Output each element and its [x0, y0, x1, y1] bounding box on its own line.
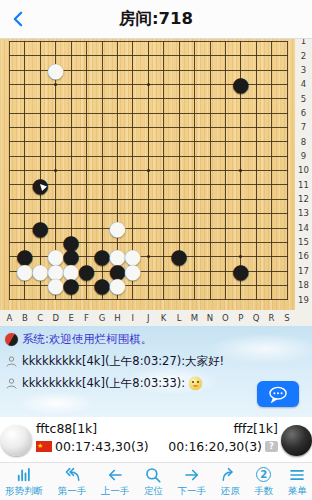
- board-cell-K15[interactable]: [156, 235, 171, 249]
- board-cell-C13[interactable]: [33, 206, 48, 220]
- board-cell-I8[interactable]: [125, 135, 140, 149]
- board-cell-E2[interactable]: [63, 48, 78, 62]
- board-cell-E17[interactable]: ●: [63, 264, 78, 278]
- board-cell-N2[interactable]: [202, 48, 217, 62]
- board-cell-N17[interactable]: [202, 264, 217, 278]
- board-cell-K18[interactable]: [156, 278, 171, 292]
- board-cell-K5[interactable]: [156, 92, 171, 106]
- board-cell-M8[interactable]: [187, 135, 202, 149]
- board-cell-D10[interactable]: [48, 163, 63, 177]
- board-cell-M17[interactable]: [187, 264, 202, 278]
- board-cell-P7[interactable]: [233, 120, 248, 134]
- board-cell-M4[interactable]: [187, 77, 202, 91]
- board-cell-G14[interactable]: [94, 221, 109, 235]
- board-cell-D4[interactable]: [48, 77, 63, 91]
- board-cell-A15[interactable]: [2, 235, 17, 249]
- board-cell-I5[interactable]: [125, 92, 140, 106]
- board-cell-N19[interactable]: [202, 292, 217, 306]
- board-cell-L11[interactable]: [171, 178, 186, 192]
- board-cell-G19[interactable]: [94, 292, 109, 306]
- board-cell-F13[interactable]: [79, 206, 94, 220]
- board-cell-I13[interactable]: [125, 206, 140, 220]
- board-cell-O18[interactable]: [218, 278, 233, 292]
- board-cell-H5[interactable]: [110, 92, 125, 106]
- board-cell-O5[interactable]: [218, 92, 233, 106]
- board-cell-D8[interactable]: [48, 135, 63, 149]
- board-cell-J14[interactable]: [140, 221, 155, 235]
- board-cell-D19[interactable]: [48, 292, 63, 306]
- board-cell-E4[interactable]: [63, 77, 78, 91]
- board-cell-I18[interactable]: [125, 278, 140, 292]
- board-cell-O11[interactable]: [218, 178, 233, 192]
- board-cell-M5[interactable]: [187, 92, 202, 106]
- board-cell-H7[interactable]: [110, 120, 125, 134]
- board-cell-R12[interactable]: [264, 192, 279, 206]
- board-cell-B12[interactable]: [17, 192, 32, 206]
- board-cell-O6[interactable]: [218, 106, 233, 120]
- board-cell-G6[interactable]: [94, 106, 109, 120]
- board-cell-O12[interactable]: [218, 192, 233, 206]
- board-cell-F12[interactable]: [79, 192, 94, 206]
- board-cell-L9[interactable]: [171, 149, 186, 163]
- board-cell-G15[interactable]: [94, 235, 109, 249]
- board-cell-A3[interactable]: [2, 63, 17, 77]
- board-cell-C5[interactable]: [33, 92, 48, 106]
- board-cell-Q12[interactable]: [248, 192, 263, 206]
- board-cell-L10[interactable]: [171, 163, 186, 177]
- board-cell-M16[interactable]: [187, 249, 202, 263]
- board-cell-D3[interactable]: ●: [48, 63, 63, 77]
- board-cell-H3[interactable]: [110, 63, 125, 77]
- board-cell-R14[interactable]: [264, 221, 279, 235]
- board-cell-F8[interactable]: [79, 135, 94, 149]
- board-cell-I6[interactable]: [125, 106, 140, 120]
- board-cell-P14[interactable]: [233, 221, 248, 235]
- board-cell-H14[interactable]: ●: [110, 221, 125, 235]
- board-cell-G16[interactable]: ●: [94, 249, 109, 263]
- board-cell-N6[interactable]: [202, 106, 217, 120]
- board-cell-I19[interactable]: [125, 292, 140, 306]
- board-cell-Q3[interactable]: [248, 63, 263, 77]
- board-cell-R3[interactable]: [264, 63, 279, 77]
- board-cell-M11[interactable]: [187, 178, 202, 192]
- board-cell-K2[interactable]: [156, 48, 171, 62]
- board-cell-S4[interactable]: [279, 77, 294, 91]
- board-cell-H8[interactable]: [110, 135, 125, 149]
- board-cell-E11[interactable]: [63, 178, 78, 192]
- board-cell-R8[interactable]: [264, 135, 279, 149]
- board-cell-L17[interactable]: [171, 264, 186, 278]
- nav-menu[interactable]: 菜单: [288, 466, 307, 498]
- board-cell-R13[interactable]: [264, 206, 279, 220]
- board-cell-A5[interactable]: [2, 92, 17, 106]
- board-cell-N13[interactable]: [202, 206, 217, 220]
- board-cell-G4[interactable]: [94, 77, 109, 91]
- board-cell-I11[interactable]: [125, 178, 140, 192]
- board-cell-S5[interactable]: [279, 92, 294, 106]
- board-cell-R19[interactable]: [264, 292, 279, 306]
- board-cell-H17[interactable]: ●: [110, 264, 125, 278]
- board-cell-P4[interactable]: ●: [233, 77, 248, 91]
- board-cell-J11[interactable]: [140, 178, 155, 192]
- board-cell-C2[interactable]: [33, 48, 48, 62]
- board-cell-H18[interactable]: ●: [110, 278, 125, 292]
- board-cell-B10[interactable]: [17, 163, 32, 177]
- board-cell-J13[interactable]: [140, 206, 155, 220]
- board-cell-L19[interactable]: [171, 292, 186, 306]
- board-cell-K8[interactable]: [156, 135, 171, 149]
- board-cell-F16[interactable]: [79, 249, 94, 263]
- board-cell-O16[interactable]: [218, 249, 233, 263]
- board-cell-O2[interactable]: [218, 48, 233, 62]
- board-cell-E13[interactable]: [63, 206, 78, 220]
- board-cell-C16[interactable]: [33, 249, 48, 263]
- board-cell-C4[interactable]: [33, 77, 48, 91]
- board-cell-K10[interactable]: [156, 163, 171, 177]
- board-cell-C7[interactable]: [33, 120, 48, 134]
- board-cell-C3[interactable]: [33, 63, 48, 77]
- board-cell-K6[interactable]: [156, 106, 171, 120]
- board-cell-P11[interactable]: [233, 178, 248, 192]
- board-cell-G9[interactable]: [94, 149, 109, 163]
- board-cell-F5[interactable]: [79, 92, 94, 106]
- board-cell-R18[interactable]: [264, 278, 279, 292]
- board-cell-K17[interactable]: [156, 264, 171, 278]
- board-cell-E14[interactable]: [63, 221, 78, 235]
- board-cell-J15[interactable]: [140, 235, 155, 249]
- board-cell-J6[interactable]: [140, 106, 155, 120]
- board-cell-H12[interactable]: [110, 192, 125, 206]
- board-cell-C8[interactable]: [33, 135, 48, 149]
- board-cell-D11[interactable]: [48, 178, 63, 192]
- board-cell-R2[interactable]: [264, 48, 279, 62]
- board-cell-E18[interactable]: ●: [63, 278, 78, 292]
- board-cell-Q18[interactable]: [248, 278, 263, 292]
- back-button[interactable]: [8, 8, 30, 30]
- board-cell-D14[interactable]: [48, 221, 63, 235]
- board-cell-R5[interactable]: [264, 92, 279, 106]
- board-cell-K7[interactable]: [156, 120, 171, 134]
- board-cell-D7[interactable]: [48, 120, 63, 134]
- board-cell-F7[interactable]: [79, 120, 94, 134]
- board-cell-S18[interactable]: [279, 278, 294, 292]
- board-cell-M13[interactable]: [187, 206, 202, 220]
- board-cell-G13[interactable]: [94, 206, 109, 220]
- board-cell-R17[interactable]: [264, 264, 279, 278]
- board-cell-Q19[interactable]: [248, 292, 263, 306]
- board-cell-Q8[interactable]: [248, 135, 263, 149]
- board-cell-C12[interactable]: [33, 192, 48, 206]
- board-cell-H16[interactable]: ●: [110, 249, 125, 263]
- board-cell-I17[interactable]: ●: [125, 264, 140, 278]
- board-cell-G12[interactable]: [94, 192, 109, 206]
- board-cell-M2[interactable]: [187, 48, 202, 62]
- nav-prev-move[interactable]: 上一手: [101, 466, 130, 498]
- board-cell-L2[interactable]: [171, 48, 186, 62]
- board-cell-S13[interactable]: [279, 206, 294, 220]
- board-cell-M7[interactable]: [187, 120, 202, 134]
- board-cell-Q5[interactable]: [248, 92, 263, 106]
- board-cell-I4[interactable]: [125, 77, 140, 91]
- nav-next-move[interactable]: 下一手: [178, 466, 207, 498]
- board-cell-R10[interactable]: [264, 163, 279, 177]
- board-cell-C10[interactable]: [33, 163, 48, 177]
- board-cell-R4[interactable]: [264, 77, 279, 91]
- board-cell-N5[interactable]: [202, 92, 217, 106]
- board-cell-S2[interactable]: [279, 48, 294, 62]
- board-cell-M12[interactable]: [187, 192, 202, 206]
- board-cell-O9[interactable]: [218, 149, 233, 163]
- board-cell-R16[interactable]: [264, 249, 279, 263]
- board-cell-P18[interactable]: [233, 278, 248, 292]
- board-cell-C11[interactable]: ●: [33, 178, 48, 192]
- board-cell-D18[interactable]: ●: [48, 278, 63, 292]
- board-cell-B18[interactable]: [17, 278, 32, 292]
- board-cell-H2[interactable]: [110, 48, 125, 62]
- board-cell-J19[interactable]: [140, 292, 155, 306]
- board-cell-J9[interactable]: [140, 149, 155, 163]
- board-cell-A18[interactable]: [2, 278, 17, 292]
- board-cell-E15[interactable]: ●: [63, 235, 78, 249]
- board-cell-N12[interactable]: [202, 192, 217, 206]
- board-cell-B7[interactable]: [17, 120, 32, 134]
- board-cell-H19[interactable]: [110, 292, 125, 306]
- board-cell-S15[interactable]: [279, 235, 294, 249]
- board-cell-C19[interactable]: [33, 292, 48, 306]
- board-cell-P13[interactable]: [233, 206, 248, 220]
- board-cell-B14[interactable]: [17, 221, 32, 235]
- board-cell-A8[interactable]: [2, 135, 17, 149]
- board-cell-P2[interactable]: [233, 48, 248, 62]
- board-cell-R15[interactable]: [264, 235, 279, 249]
- board-cell-D13[interactable]: [48, 206, 63, 220]
- board-cell-B9[interactable]: [17, 149, 32, 163]
- nav-restore[interactable]: 还原: [221, 466, 240, 498]
- board-cell-A13[interactable]: [2, 206, 17, 220]
- board-cell-L12[interactable]: [171, 192, 186, 206]
- board-cell-G11[interactable]: [94, 178, 109, 192]
- board-cell-J5[interactable]: [140, 92, 155, 106]
- board-cell-G7[interactable]: [94, 120, 109, 134]
- board-cell-D12[interactable]: [48, 192, 63, 206]
- board-cell-H10[interactable]: [110, 163, 125, 177]
- board-cell-I12[interactable]: [125, 192, 140, 206]
- board-cell-A6[interactable]: [2, 106, 17, 120]
- board-cell-O4[interactable]: [218, 77, 233, 91]
- board-cell-L14[interactable]: [171, 221, 186, 235]
- board-cell-S9[interactable]: [279, 149, 294, 163]
- board-cell-M10[interactable]: [187, 163, 202, 177]
- board-cell-P3[interactable]: [233, 63, 248, 77]
- board-cell-E6[interactable]: [63, 106, 78, 120]
- board-cell-L6[interactable]: [171, 106, 186, 120]
- board-cell-R6[interactable]: [264, 106, 279, 120]
- board-cell-E9[interactable]: [63, 149, 78, 163]
- board-cell-J4[interactable]: [140, 77, 155, 91]
- board-cell-B16[interactable]: ●: [17, 249, 32, 263]
- board-cell-B19[interactable]: [17, 292, 32, 306]
- board-cell-S17[interactable]: [279, 264, 294, 278]
- board-cell-E16[interactable]: ●: [63, 249, 78, 263]
- board-cell-A10[interactable]: [2, 163, 17, 177]
- board-cell-A11[interactable]: [2, 178, 17, 192]
- board-cell-A19[interactable]: [2, 292, 17, 306]
- board-cell-D15[interactable]: [48, 235, 63, 249]
- board-cell-A2[interactable]: [2, 48, 17, 62]
- board-cell-C14[interactable]: ●: [33, 221, 48, 235]
- board-cell-J17[interactable]: [140, 264, 155, 278]
- nav-locate[interactable]: 定位: [144, 466, 163, 498]
- board-cell-B15[interactable]: [17, 235, 32, 249]
- board-cell-L16[interactable]: ●: [171, 249, 186, 263]
- board-cell-P9[interactable]: [233, 149, 248, 163]
- board-cell-M15[interactable]: [187, 235, 202, 249]
- board-cell-B17[interactable]: ●: [17, 264, 32, 278]
- board-cell-N8[interactable]: [202, 135, 217, 149]
- board-cell-P17[interactable]: ●: [233, 264, 248, 278]
- board-cell-P5[interactable]: [233, 92, 248, 106]
- board-cell-G5[interactable]: [94, 92, 109, 106]
- board-cell-H11[interactable]: [110, 178, 125, 192]
- board-cell-O14[interactable]: [218, 221, 233, 235]
- board-cell-I10[interactable]: [125, 163, 140, 177]
- board-cell-I15[interactable]: [125, 235, 140, 249]
- board-cell-E8[interactable]: [63, 135, 78, 149]
- board-cell-H9[interactable]: [110, 149, 125, 163]
- board-cell-J16[interactable]: [140, 249, 155, 263]
- board-cell-F9[interactable]: [79, 149, 94, 163]
- board-cell-J8[interactable]: [140, 135, 155, 149]
- board-cell-Q13[interactable]: [248, 206, 263, 220]
- board-cell-C9[interactable]: [33, 149, 48, 163]
- board-cell-F18[interactable]: [79, 278, 94, 292]
- board-cell-O10[interactable]: [218, 163, 233, 177]
- board-cell-F17[interactable]: ●: [79, 264, 94, 278]
- board-cell-O7[interactable]: [218, 120, 233, 134]
- board-cell-G3[interactable]: [94, 63, 109, 77]
- board-cell-A16[interactable]: [2, 249, 17, 263]
- board-cell-S3[interactable]: [279, 63, 294, 77]
- board-cell-F19[interactable]: [79, 292, 94, 306]
- board-cell-N16[interactable]: [202, 249, 217, 263]
- board-cell-M18[interactable]: [187, 278, 202, 292]
- board-cell-R9[interactable]: [264, 149, 279, 163]
- board-cell-S14[interactable]: [279, 221, 294, 235]
- board-cell-O17[interactable]: [218, 264, 233, 278]
- board-cell-F11[interactable]: [79, 178, 94, 192]
- board-cell-D2[interactable]: [48, 48, 63, 62]
- board-cell-M9[interactable]: [187, 149, 202, 163]
- board-cell-F6[interactable]: [79, 106, 94, 120]
- board-cell-E12[interactable]: [63, 192, 78, 206]
- board-cell-M3[interactable]: [187, 63, 202, 77]
- board-cell-A7[interactable]: [2, 120, 17, 134]
- board-cell-Q11[interactable]: [248, 178, 263, 192]
- board-cell-I16[interactable]: ●: [125, 249, 140, 263]
- board-cell-N4[interactable]: [202, 77, 217, 91]
- board-cell-A9[interactable]: [2, 149, 17, 163]
- board-cell-F3[interactable]: [79, 63, 94, 77]
- board-cell-S7[interactable]: [279, 120, 294, 134]
- board-cell-L3[interactable]: [171, 63, 186, 77]
- board-cell-D16[interactable]: ●: [48, 249, 63, 263]
- board-cell-G17[interactable]: [94, 264, 109, 278]
- board-cell-M19[interactable]: [187, 292, 202, 306]
- board-cell-P6[interactable]: [233, 106, 248, 120]
- board-cell-Q7[interactable]: [248, 120, 263, 134]
- board-cell-L18[interactable]: [171, 278, 186, 292]
- board-cell-J18[interactable]: [140, 278, 155, 292]
- chat-button[interactable]: [257, 381, 299, 407]
- board-cell-S12[interactable]: [279, 192, 294, 206]
- board-cell-P15[interactable]: [233, 235, 248, 249]
- board-cell-G18[interactable]: ●: [94, 278, 109, 292]
- board-cell-Q10[interactable]: [248, 163, 263, 177]
- board-cell-I2[interactable]: [125, 48, 140, 62]
- board-cell-Q15[interactable]: [248, 235, 263, 249]
- board-cell-R7[interactable]: [264, 120, 279, 134]
- board-cell-L7[interactable]: [171, 120, 186, 134]
- board-cell-K11[interactable]: [156, 178, 171, 192]
- board-cell-J12[interactable]: [140, 192, 155, 206]
- board-cell-O19[interactable]: [218, 292, 233, 306]
- board-cell-L15[interactable]: [171, 235, 186, 249]
- nav-first-move[interactable]: 第一手: [58, 466, 87, 498]
- board-cell-A14[interactable]: [2, 221, 17, 235]
- board-cell-K12[interactable]: [156, 192, 171, 206]
- board-cell-P10[interactable]: [233, 163, 248, 177]
- board-cell-N3[interactable]: [202, 63, 217, 77]
- board-cell-Q6[interactable]: [248, 106, 263, 120]
- board-cell-B8[interactable]: [17, 135, 32, 149]
- board-cell-O3[interactable]: [218, 63, 233, 77]
- board-cell-I3[interactable]: [125, 63, 140, 77]
- board-cell-P8[interactable]: [233, 135, 248, 149]
- board-cell-L8[interactable]: [171, 135, 186, 149]
- board-cell-C17[interactable]: ●: [33, 264, 48, 278]
- board-cell-N15[interactable]: [202, 235, 217, 249]
- board-cell-B13[interactable]: [17, 206, 32, 220]
- board-cell-I9[interactable]: [125, 149, 140, 163]
- board-cell-H4[interactable]: [110, 77, 125, 91]
- board-cell-N9[interactable]: [202, 149, 217, 163]
- board-cell-J7[interactable]: [140, 120, 155, 134]
- board-cell-D9[interactable]: [48, 149, 63, 163]
- board-cell-A12[interactable]: [2, 192, 17, 206]
- board-cell-N18[interactable]: [202, 278, 217, 292]
- board-cell-N11[interactable]: [202, 178, 217, 192]
- board-cell-N7[interactable]: [202, 120, 217, 134]
- board-cell-E3[interactable]: [63, 63, 78, 77]
- board-cell-H6[interactable]: [110, 106, 125, 120]
- board-cell-L13[interactable]: [171, 206, 186, 220]
- board-cell-M6[interactable]: [187, 106, 202, 120]
- board-cell-K3[interactable]: [156, 63, 171, 77]
- board-cell-Q14[interactable]: [248, 221, 263, 235]
- board-cell-D6[interactable]: [48, 106, 63, 120]
- board-cell-G10[interactable]: [94, 163, 109, 177]
- board-cell-J10[interactable]: [140, 163, 155, 177]
- board-cell-E10[interactable]: [63, 163, 78, 177]
- board-cell-J2[interactable]: [140, 48, 155, 62]
- board-cell-P12[interactable]: [233, 192, 248, 206]
- board-cell-F4[interactable]: [79, 77, 94, 91]
- board-cell-Q2[interactable]: [248, 48, 263, 62]
- board-cell-N14[interactable]: [202, 221, 217, 235]
- board-cell-S10[interactable]: [279, 163, 294, 177]
- board-cell-S19[interactable]: [279, 292, 294, 306]
- board-cell-K13[interactable]: [156, 206, 171, 220]
